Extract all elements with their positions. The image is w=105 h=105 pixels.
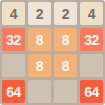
empty-cell [80,54,103,77]
empty-cell [28,80,51,103]
tile-cell: 2 [28,2,51,25]
board-2048[interactable]: 4 2 2 4 32 8 8 32 8 8 64 64 [0,0,105,105]
tile-cell: 32 [80,28,103,51]
tile-cell: 8 [54,54,77,77]
tile-cell: 64 [2,80,25,103]
tile-cell: 2 [54,2,77,25]
tile-cell: 64 [80,80,103,103]
tile-cell: 32 [2,28,25,51]
empty-cell [2,54,25,77]
tile-cell: 8 [28,54,51,77]
tile-cell: 4 [2,2,25,25]
tile-cell: 8 [28,28,51,51]
tile-cell: 4 [80,2,103,25]
tile-cell: 8 [54,28,77,51]
empty-cell [54,80,77,103]
